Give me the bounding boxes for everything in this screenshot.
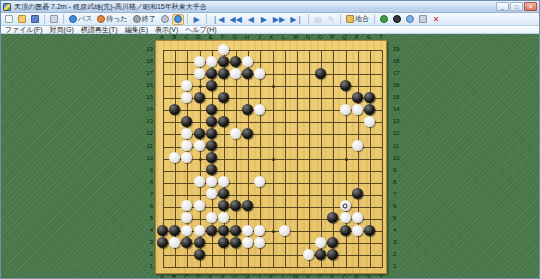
fast-back-button[interactable]: ◀◀ bbox=[228, 14, 244, 25]
menu-game[interactable]: 対局(G) bbox=[50, 26, 74, 34]
col-label-bottom-M: M bbox=[292, 274, 300, 279]
black-player-button[interactable] bbox=[378, 14, 390, 25]
row-label-right-17: 17 bbox=[393, 70, 403, 76]
black-stone-E16 bbox=[206, 80, 217, 91]
black-stone-H6 bbox=[242, 200, 253, 211]
col-label-bottom-F: F bbox=[219, 274, 227, 279]
row-label-right-13: 13 bbox=[393, 118, 403, 124]
black-stone-F13 bbox=[218, 116, 229, 127]
row-label-left-6: 6 bbox=[143, 203, 153, 209]
black-stone-E4 bbox=[206, 225, 217, 236]
white-stone-N2 bbox=[303, 249, 314, 260]
white-stone-D17 bbox=[194, 68, 205, 79]
row-label-right-6: 6 bbox=[393, 203, 403, 209]
white-stone-E18 bbox=[206, 56, 217, 67]
row-label-right-18: 18 bbox=[393, 58, 403, 64]
col-label-top-O: O bbox=[316, 34, 324, 40]
row-label-left-3: 3 bbox=[143, 239, 153, 245]
row-label-right-10: 10 bbox=[393, 155, 403, 161]
star-point bbox=[345, 158, 348, 161]
row-label-left-2: 2 bbox=[143, 251, 153, 257]
white-stone-B10 bbox=[169, 152, 180, 163]
grid-line bbox=[163, 267, 383, 268]
white-stone-D6 bbox=[194, 200, 205, 211]
row-label-right-14: 14 bbox=[393, 106, 403, 112]
white-stone-D18 bbox=[194, 56, 205, 67]
menu-view[interactable]: 表示(V) bbox=[155, 26, 178, 34]
white-stone-R11 bbox=[352, 140, 363, 151]
star-point bbox=[199, 85, 202, 88]
menu-file[interactable]: ファイル(F) bbox=[5, 26, 43, 34]
black-stone-D2 bbox=[194, 249, 205, 260]
new-file-icon bbox=[5, 15, 13, 23]
white-stone-D4 bbox=[194, 225, 205, 236]
col-label-top-Q: Q bbox=[341, 34, 349, 40]
black-stone-D15 bbox=[194, 92, 205, 103]
row-label-right-12: 12 bbox=[393, 130, 403, 136]
black-stone-P2 bbox=[327, 249, 338, 260]
black-stone-E13 bbox=[206, 116, 217, 127]
pass-button-label: パス bbox=[78, 14, 92, 24]
edit-button[interactable]: ✎ bbox=[325, 14, 337, 25]
row-label-left-4: 4 bbox=[143, 227, 153, 233]
row-label-left-13: 13 bbox=[143, 118, 153, 124]
open-file-icon bbox=[18, 15, 26, 23]
black-stone-G4 bbox=[230, 225, 241, 236]
black-stone-E12 bbox=[206, 128, 217, 139]
black-stone-D12 bbox=[194, 128, 205, 139]
territory-icon bbox=[346, 15, 354, 23]
close-board-icon: ✕ bbox=[433, 15, 440, 24]
black-stone-P5 bbox=[327, 212, 338, 223]
row-label-right-11: 11 bbox=[393, 143, 403, 149]
undo-button[interactable]: 待った bbox=[95, 14, 129, 25]
col-label-top-J: J bbox=[255, 34, 263, 40]
col-label-top-L: L bbox=[280, 34, 288, 40]
last-move-button[interactable]: ▶❘ bbox=[288, 14, 305, 25]
black-stone-F7 bbox=[218, 188, 229, 199]
white-stone-L4 bbox=[279, 225, 290, 236]
back-icon: ◀ bbox=[248, 15, 254, 24]
menu-help[interactable]: ヘルプ(H) bbox=[185, 26, 216, 34]
black-stone-Q16 bbox=[340, 80, 351, 91]
white-player-icon bbox=[393, 15, 401, 23]
black-stone-D3 bbox=[194, 237, 205, 248]
row-label-right-19: 19 bbox=[393, 46, 403, 52]
black-stone-F6 bbox=[218, 200, 229, 211]
white-stone-E8 bbox=[206, 176, 217, 187]
row-label-right-3: 3 bbox=[393, 239, 403, 245]
black-stone-C13 bbox=[181, 116, 192, 127]
white-stone-J17 bbox=[254, 68, 265, 79]
row-label-left-11: 11 bbox=[143, 143, 153, 149]
white-stone-H4 bbox=[242, 225, 253, 236]
black-stone-A4 bbox=[157, 225, 168, 236]
white-stone-E5 bbox=[206, 212, 217, 223]
black-stone-E11 bbox=[206, 140, 217, 151]
row-label-left-18: 18 bbox=[143, 58, 153, 64]
white-stone-G17 bbox=[230, 68, 241, 79]
open-file-button[interactable] bbox=[16, 14, 28, 25]
level-button[interactable] bbox=[404, 14, 416, 25]
toolbar-separator bbox=[206, 14, 207, 24]
white-stone-C12 bbox=[181, 128, 192, 139]
white-stone-C15 bbox=[181, 92, 192, 103]
col-label-bottom-L: L bbox=[280, 274, 288, 279]
col-label-bottom-B: B bbox=[170, 274, 178, 279]
white-stone-R5 bbox=[352, 212, 363, 223]
col-label-top-F: F bbox=[219, 34, 227, 40]
col-label-top-H: H bbox=[243, 34, 251, 40]
grid-line bbox=[163, 171, 383, 172]
undo-button-label: 待った bbox=[106, 14, 127, 24]
white-stone-J14 bbox=[254, 104, 265, 115]
white-stone-F8 bbox=[218, 176, 229, 187]
white-stone-C6 bbox=[181, 200, 192, 211]
white-stone-H3 bbox=[242, 237, 253, 248]
play-button[interactable]: ▶ bbox=[191, 14, 203, 25]
row-label-right-9: 9 bbox=[393, 167, 403, 173]
col-label-bottom-A: A bbox=[158, 274, 166, 279]
black-stone-G6 bbox=[230, 200, 241, 211]
black-stone-G3 bbox=[230, 237, 241, 248]
row-label-left-17: 17 bbox=[143, 70, 153, 76]
black-stone-E9 bbox=[206, 164, 217, 175]
row-label-right-15: 15 bbox=[393, 94, 403, 100]
row-label-left-1: 1 bbox=[143, 263, 153, 269]
fast-back-icon: ◀◀ bbox=[230, 15, 242, 24]
white-stone-R4 bbox=[352, 225, 363, 236]
white-stone-O3 bbox=[315, 237, 326, 248]
col-label-bottom-G: G bbox=[231, 274, 239, 279]
row-label-left-12: 12 bbox=[143, 130, 153, 136]
last-move-icon: ▶❘ bbox=[290, 15, 303, 24]
play-icon: ▶ bbox=[194, 15, 200, 24]
black-stone-F17 bbox=[218, 68, 229, 79]
row-label-left-16: 16 bbox=[143, 82, 153, 88]
row-label-right-7: 7 bbox=[393, 191, 403, 197]
col-label-bottom-P: P bbox=[328, 274, 336, 279]
white-stone-D11 bbox=[194, 140, 205, 151]
black-stone-R7 bbox=[352, 188, 363, 199]
col-label-top-S: S bbox=[365, 34, 373, 40]
hint-icon bbox=[161, 15, 169, 23]
white-stone-C5 bbox=[181, 212, 192, 223]
col-label-bottom-E: E bbox=[207, 274, 215, 279]
print-icon bbox=[50, 15, 58, 23]
minimize-button[interactable]: _ bbox=[496, 2, 509, 11]
resign-button[interactable]: 終了 bbox=[131, 14, 158, 25]
row-label-right-16: 16 bbox=[393, 82, 403, 88]
col-label-top-M: M bbox=[292, 34, 300, 40]
col-label-bottom-S: S bbox=[365, 274, 373, 279]
hint-button[interactable] bbox=[159, 14, 171, 25]
close-button[interactable]: ✕ bbox=[524, 2, 537, 11]
white-stone-H18 bbox=[242, 56, 253, 67]
white-stone-G12 bbox=[230, 128, 241, 139]
grid-line bbox=[163, 195, 383, 196]
white-stone-C11 bbox=[181, 140, 192, 151]
col-label-bottom-J: J bbox=[255, 274, 263, 279]
resign-icon bbox=[133, 15, 141, 23]
row-label-left-15: 15 bbox=[143, 94, 153, 100]
white-stone-J8 bbox=[254, 176, 265, 187]
toolbar-separator bbox=[187, 14, 188, 24]
black-stone-F15 bbox=[218, 92, 229, 103]
row-label-right-2: 2 bbox=[393, 251, 403, 257]
mark-toggle-button[interactable] bbox=[172, 14, 184, 25]
save-button[interactable] bbox=[29, 14, 41, 25]
toolbar-separator bbox=[63, 14, 64, 24]
star-point bbox=[272, 85, 275, 88]
save-icon bbox=[31, 15, 39, 23]
forward-button[interactable]: ▶ bbox=[258, 14, 270, 25]
grid-line bbox=[163, 122, 383, 123]
last-move-marker bbox=[343, 203, 348, 208]
white-stone-Q6 bbox=[340, 200, 351, 211]
black-stone-G18 bbox=[230, 56, 241, 67]
maximize-button[interactable]: □ bbox=[510, 2, 523, 11]
territory-button-label: 地合 bbox=[355, 14, 369, 24]
level-icon bbox=[406, 15, 414, 23]
col-label-bottom-C: C bbox=[182, 274, 190, 279]
forward-icon: ▶ bbox=[261, 15, 267, 24]
new-file-button[interactable] bbox=[3, 14, 15, 25]
black-stone-E10 bbox=[206, 152, 217, 163]
comment-button[interactable]: ▤ bbox=[312, 14, 324, 25]
black-stone-A3 bbox=[157, 237, 168, 248]
toolbar: パス待った終了▶❘◀◀◀◀▶▶▶▶❘▤✎地合✕ bbox=[1, 13, 539, 26]
col-label-bottom-K: K bbox=[268, 274, 276, 279]
black-stone-C3 bbox=[181, 237, 192, 248]
print-button[interactable] bbox=[48, 14, 60, 25]
grid-line bbox=[163, 50, 383, 51]
white-stone-B3 bbox=[169, 237, 180, 248]
toolbar-separator bbox=[308, 14, 309, 24]
territory-button[interactable]: 地合 bbox=[344, 14, 371, 25]
star-point bbox=[199, 158, 202, 161]
col-label-top-P: P bbox=[328, 34, 336, 40]
desktop-background: AABBCCDDEEFFGGHHJJKKLLMMNNOOPPQQRRSSTT19… bbox=[1, 34, 540, 279]
col-label-top-D: D bbox=[195, 34, 203, 40]
col-label-top-T: T bbox=[377, 34, 385, 40]
white-stone-F19 bbox=[218, 44, 229, 55]
col-label-bottom-O: O bbox=[316, 274, 324, 279]
black-player-icon bbox=[380, 15, 388, 23]
row-label-left-5: 5 bbox=[143, 215, 153, 221]
star-point bbox=[272, 158, 275, 161]
row-label-left-14: 14 bbox=[143, 106, 153, 112]
black-stone-P3 bbox=[327, 237, 338, 248]
row-label-right-1: 1 bbox=[393, 263, 403, 269]
black-stone-H12 bbox=[242, 128, 253, 139]
black-stone-Q4 bbox=[340, 225, 351, 236]
row-label-left-8: 8 bbox=[143, 179, 153, 185]
black-stone-S4 bbox=[364, 225, 375, 236]
black-stone-S15 bbox=[364, 92, 375, 103]
black-stone-O17 bbox=[315, 68, 326, 79]
col-label-top-N: N bbox=[304, 34, 312, 40]
eraser-button[interactable] bbox=[417, 14, 429, 25]
col-label-bottom-N: N bbox=[304, 274, 312, 279]
app-window: 天頂の囲碁 7.2m - 梶原武雄(先)-高川格／昭和15年秋東大手合 _ □ … bbox=[0, 0, 540, 279]
col-label-top-B: B bbox=[170, 34, 178, 40]
col-label-bottom-Q: Q bbox=[341, 274, 349, 279]
go-board[interactable] bbox=[155, 40, 387, 274]
undo-icon bbox=[97, 15, 105, 23]
first-move-button[interactable]: ❘◀ bbox=[210, 14, 227, 25]
row-label-left-10: 10 bbox=[143, 155, 153, 161]
first-move-icon: ❘◀ bbox=[212, 15, 225, 24]
white-stone-E7 bbox=[206, 188, 217, 199]
row-label-right-8: 8 bbox=[393, 179, 403, 185]
app-icon bbox=[3, 3, 11, 11]
edit-icon: ✎ bbox=[328, 15, 335, 24]
white-stone-Q5 bbox=[340, 212, 351, 223]
star-point bbox=[272, 230, 275, 233]
menu-bar: ファイル(F)対局(G)棋譜再生(T)編集(E)表示(V)ヘルプ(H) bbox=[1, 26, 539, 34]
black-stone-S14 bbox=[364, 104, 375, 115]
black-stone-F18 bbox=[218, 56, 229, 67]
black-stone-B14 bbox=[169, 104, 180, 115]
title-bar[interactable]: 天頂の囲碁 7.2m - 梶原武雄(先)-高川格／昭和15年秋東大手合 _ □ … bbox=[1, 1, 539, 13]
white-stone-R14 bbox=[352, 104, 363, 115]
toolbar-separator bbox=[340, 14, 341, 24]
black-stone-O2 bbox=[315, 249, 326, 260]
white-player-button[interactable] bbox=[391, 14, 403, 25]
close-board-button[interactable]: ✕ bbox=[430, 14, 442, 25]
black-stone-H14 bbox=[242, 104, 253, 115]
white-stone-S13 bbox=[364, 116, 375, 127]
black-stone-E14 bbox=[206, 104, 217, 115]
white-stone-D8 bbox=[194, 176, 205, 187]
row-label-left-9: 9 bbox=[143, 167, 153, 173]
white-stone-J3 bbox=[254, 237, 265, 248]
fast-forward-button[interactable]: ▶▶ bbox=[271, 14, 287, 25]
menu-replay[interactable]: 棋譜再生(T) bbox=[81, 26, 118, 34]
black-stone-H17 bbox=[242, 68, 253, 79]
col-label-top-C: C bbox=[182, 34, 190, 40]
col-label-top-A: A bbox=[158, 34, 166, 40]
resign-button-label: 終了 bbox=[142, 14, 156, 24]
row-label-right-4: 4 bbox=[393, 227, 403, 233]
col-label-top-K: K bbox=[268, 34, 276, 40]
black-stone-F4 bbox=[218, 225, 229, 236]
col-label-bottom-T: T bbox=[377, 274, 385, 279]
white-stone-Q14 bbox=[340, 104, 351, 115]
toolbar-separator bbox=[44, 14, 45, 24]
white-stone-J4 bbox=[254, 225, 265, 236]
black-stone-B4 bbox=[169, 225, 180, 236]
col-label-bottom-H: H bbox=[243, 274, 251, 279]
white-stone-F5 bbox=[218, 212, 229, 223]
white-stone-C4 bbox=[181, 225, 192, 236]
row-label-right-5: 5 bbox=[393, 215, 403, 221]
col-label-top-G: G bbox=[231, 34, 239, 40]
white-stone-C10 bbox=[181, 152, 192, 163]
menu-edit[interactable]: 編集(E) bbox=[125, 26, 148, 34]
eraser-icon bbox=[419, 15, 427, 23]
row-label-left-7: 7 bbox=[143, 191, 153, 197]
window-title: 天頂の囲碁 7.2m - 梶原武雄(先)-高川格／昭和15年秋東大手合 bbox=[14, 1, 496, 12]
fast-forward-icon: ▶▶ bbox=[273, 15, 285, 24]
col-label-top-E: E bbox=[207, 34, 215, 40]
pass-button[interactable]: パス bbox=[67, 14, 94, 25]
mark-toggle-icon bbox=[174, 15, 182, 23]
col-label-top-R: R bbox=[353, 34, 361, 40]
back-button[interactable]: ◀ bbox=[245, 14, 257, 25]
col-label-bottom-D: D bbox=[195, 274, 203, 279]
toolbar-separator bbox=[374, 14, 375, 24]
col-label-bottom-R: R bbox=[353, 274, 361, 279]
black-stone-E17 bbox=[206, 68, 217, 79]
black-stone-R15 bbox=[352, 92, 363, 103]
comment-icon: ▤ bbox=[314, 15, 322, 24]
pass-icon bbox=[69, 15, 77, 23]
white-stone-C16 bbox=[181, 80, 192, 91]
black-stone-F3 bbox=[218, 237, 229, 248]
row-label-left-19: 19 bbox=[143, 46, 153, 52]
